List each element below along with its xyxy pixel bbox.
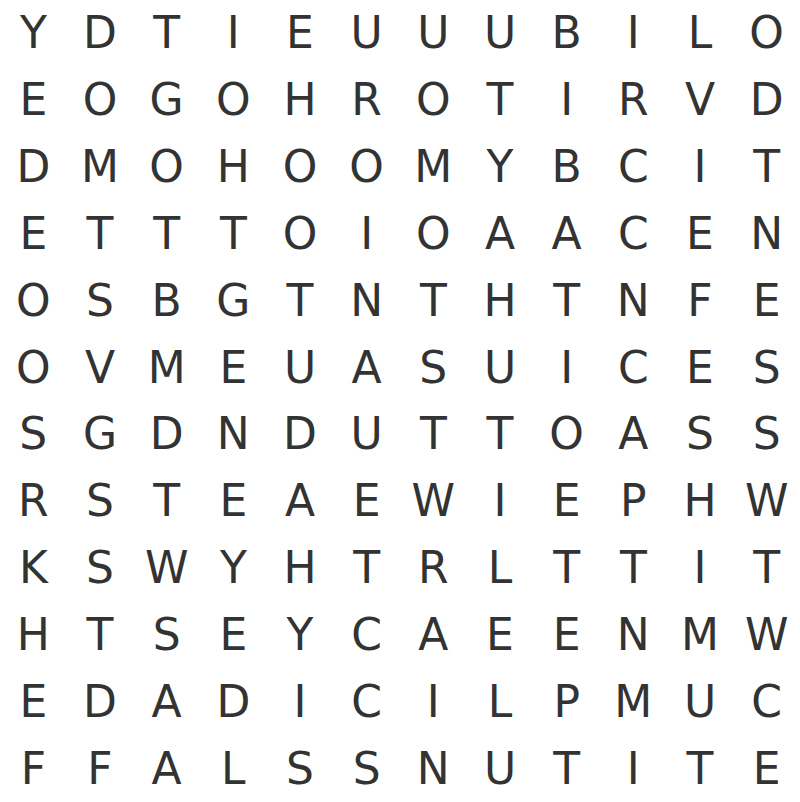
grid-cell[interactable]: O xyxy=(0,267,67,334)
grid-cell[interactable]: O xyxy=(133,134,200,201)
grid-cell[interactable]: N xyxy=(600,267,667,334)
grid-cell[interactable]: B xyxy=(533,0,600,67)
grid-cell[interactable]: H xyxy=(267,67,334,134)
grid-cell[interactable]: A xyxy=(533,201,600,268)
grid-cell[interactable]: C xyxy=(600,334,667,401)
grid-cell[interactable]: M xyxy=(600,668,667,735)
grid-cell[interactable]: I xyxy=(533,67,600,134)
grid-cell[interactable]: U xyxy=(467,0,534,67)
grid-cell[interactable]: L xyxy=(467,668,534,735)
grid-cell[interactable]: I xyxy=(533,334,600,401)
grid-cell[interactable]: T xyxy=(400,267,467,334)
grid-cell[interactable]: R xyxy=(0,468,67,535)
grid-cell[interactable]: I xyxy=(600,735,667,802)
grid-cell[interactable]: E xyxy=(533,468,600,535)
grid-cell[interactable]: E xyxy=(533,602,600,669)
grid-cell[interactable]: T xyxy=(133,468,200,535)
grid-cell[interactable]: A xyxy=(133,735,200,802)
grid-cell[interactable]: B xyxy=(533,134,600,201)
grid-cell[interactable]: E xyxy=(0,668,67,735)
grid-cell[interactable]: Y xyxy=(200,535,267,602)
grid-cell[interactable]: N xyxy=(600,602,667,669)
grid-cell[interactable]: D xyxy=(200,668,267,735)
grid-cell[interactable]: K xyxy=(0,535,67,602)
grid-cell[interactable]: C xyxy=(600,134,667,201)
word-search-grid: YDTIEUUUBILOEOGOHROTIRVDDMOHOOMYBCITETTT… xyxy=(0,0,800,802)
grid-cell[interactable]: H xyxy=(667,468,734,535)
grid-cell[interactable]: F xyxy=(67,735,134,802)
grid-cell[interactable]: F xyxy=(0,735,67,802)
grid-cell[interactable]: I xyxy=(400,668,467,735)
grid-cell[interactable]: H xyxy=(467,267,534,334)
grid-cell[interactable]: U xyxy=(467,735,534,802)
grid-cell[interactable]: Y xyxy=(267,602,334,669)
grid-cell[interactable]: M xyxy=(133,334,200,401)
grid-cell[interactable]: R xyxy=(600,67,667,134)
grid-cell[interactable]: I xyxy=(600,0,667,67)
grid-cell[interactable]: T xyxy=(67,201,134,268)
grid-cell[interactable]: O xyxy=(267,201,334,268)
grid-cell[interactable]: P xyxy=(600,468,667,535)
grid-cell[interactable]: H xyxy=(200,134,267,201)
grid-cell[interactable]: T xyxy=(733,134,800,201)
grid-cell[interactable]: C xyxy=(600,201,667,268)
grid-cell[interactable]: E xyxy=(200,334,267,401)
grid-cell[interactable]: L xyxy=(667,0,734,67)
grid-cell[interactable]: T xyxy=(600,535,667,602)
grid-cell[interactable]: E xyxy=(267,0,334,67)
grid-cell[interactable]: O xyxy=(267,134,334,201)
grid-cell[interactable]: A xyxy=(400,602,467,669)
grid-cell[interactable]: S xyxy=(67,267,134,334)
grid-cell[interactable]: R xyxy=(400,535,467,602)
grid-cell[interactable]: E xyxy=(467,602,534,669)
grid-cell[interactable]: T xyxy=(67,602,134,669)
grid-cell[interactable]: G xyxy=(133,67,200,134)
grid-cell[interactable]: S xyxy=(133,602,200,669)
grid-cell[interactable]: E xyxy=(733,267,800,334)
grid-cell[interactable]: D xyxy=(67,668,134,735)
grid-cell[interactable]: T xyxy=(133,201,200,268)
grid-cell[interactable]: E xyxy=(667,334,734,401)
grid-cell[interactable]: W xyxy=(733,602,800,669)
grid-cell[interactable]: U xyxy=(467,334,534,401)
grid-cell[interactable]: S xyxy=(267,735,334,802)
grid-cell[interactable]: I xyxy=(467,468,534,535)
grid-cell[interactable]: T xyxy=(533,267,600,334)
grid-cell[interactable]: S xyxy=(0,401,67,468)
grid-cell[interactable]: V xyxy=(667,67,734,134)
grid-cell[interactable]: N xyxy=(333,267,400,334)
grid-cell[interactable]: S xyxy=(733,334,800,401)
grid-cell[interactable]: U xyxy=(667,668,734,735)
grid-cell[interactable]: U xyxy=(333,0,400,67)
grid-cell[interactable]: I xyxy=(333,201,400,268)
grid-cell[interactable]: G xyxy=(200,267,267,334)
grid-cell[interactable]: C xyxy=(733,668,800,735)
grid-cell[interactable]: D xyxy=(0,134,67,201)
grid-cell[interactable]: Y xyxy=(467,134,534,201)
grid-cell[interactable]: T xyxy=(533,735,600,802)
grid-cell[interactable]: U xyxy=(333,401,400,468)
grid-cell[interactable]: S xyxy=(400,334,467,401)
grid-cell[interactable]: D xyxy=(133,401,200,468)
grid-cell[interactable]: S xyxy=(67,468,134,535)
grid-cell[interactable]: A xyxy=(333,334,400,401)
grid-cell[interactable]: M xyxy=(400,134,467,201)
grid-cell[interactable]: N xyxy=(400,735,467,802)
grid-cell[interactable]: A xyxy=(267,468,334,535)
grid-cell[interactable]: T xyxy=(467,401,534,468)
grid-cell[interactable]: N xyxy=(200,401,267,468)
grid-cell[interactable]: B xyxy=(133,267,200,334)
grid-cell[interactable]: O xyxy=(333,134,400,201)
grid-cell[interactable]: P xyxy=(533,668,600,735)
grid-cell[interactable]: T xyxy=(533,535,600,602)
grid-cell[interactable]: W xyxy=(400,468,467,535)
grid-cell[interactable]: U xyxy=(400,0,467,67)
grid-cell[interactable]: I xyxy=(667,535,734,602)
grid-cell[interactable]: T xyxy=(133,0,200,67)
grid-cell[interactable]: E xyxy=(333,468,400,535)
grid-cell[interactable]: T xyxy=(667,735,734,802)
grid-cell[interactable]: L xyxy=(467,535,534,602)
grid-cell[interactable]: M xyxy=(667,602,734,669)
grid-cell[interactable]: A xyxy=(600,401,667,468)
grid-cell[interactable]: F xyxy=(667,267,734,334)
grid-cell[interactable]: O xyxy=(400,67,467,134)
grid-cell[interactable]: D xyxy=(67,0,134,67)
grid-cell[interactable]: T xyxy=(733,535,800,602)
grid-cell[interactable]: T xyxy=(200,201,267,268)
grid-cell[interactable]: H xyxy=(267,535,334,602)
grid-cell[interactable]: I xyxy=(200,0,267,67)
grid-cell[interactable]: O xyxy=(533,401,600,468)
grid-cell[interactable]: T xyxy=(333,535,400,602)
grid-cell[interactable]: T xyxy=(267,267,334,334)
grid-cell[interactable]: E xyxy=(0,201,67,268)
grid-cell[interactable]: C xyxy=(333,602,400,669)
grid-cell[interactable]: H xyxy=(0,602,67,669)
grid-cell[interactable]: U xyxy=(267,334,334,401)
grid-cell[interactable]: Y xyxy=(0,0,67,67)
grid-cell[interactable]: O xyxy=(200,67,267,134)
grid-cell[interactable]: N xyxy=(733,201,800,268)
grid-cell[interactable]: R xyxy=(333,67,400,134)
grid-cell[interactable]: E xyxy=(200,468,267,535)
grid-cell[interactable]: T xyxy=(467,67,534,134)
grid-cell[interactable]: O xyxy=(733,0,800,67)
grid-cell[interactable]: S xyxy=(733,401,800,468)
grid-cell[interactable]: V xyxy=(67,334,134,401)
grid-cell[interactable]: T xyxy=(400,401,467,468)
grid-cell[interactable]: S xyxy=(67,535,134,602)
grid-cell[interactable]: W xyxy=(133,535,200,602)
grid-cell[interactable]: E xyxy=(200,602,267,669)
grid-cell[interactable]: A xyxy=(467,201,534,268)
grid-cell[interactable]: O xyxy=(400,201,467,268)
grid-cell[interactable]: D xyxy=(733,67,800,134)
grid-cell[interactable]: E xyxy=(733,735,800,802)
grid-cell[interactable]: O xyxy=(67,67,134,134)
grid-cell[interactable]: D xyxy=(267,401,334,468)
grid-cell[interactable]: G xyxy=(67,401,134,468)
grid-cell[interactable]: S xyxy=(333,735,400,802)
grid-cell[interactable]: I xyxy=(267,668,334,735)
grid-cell[interactable]: W xyxy=(733,468,800,535)
grid-cell[interactable]: I xyxy=(667,134,734,201)
grid-cell[interactable]: A xyxy=(133,668,200,735)
grid-cell[interactable]: L xyxy=(200,735,267,802)
grid-cell[interactable]: O xyxy=(0,334,67,401)
grid-cell[interactable]: E xyxy=(667,201,734,268)
grid-cell[interactable]: E xyxy=(0,67,67,134)
grid-cell[interactable]: S xyxy=(667,401,734,468)
grid-cell[interactable]: M xyxy=(67,134,134,201)
grid-cell[interactable]: C xyxy=(333,668,400,735)
